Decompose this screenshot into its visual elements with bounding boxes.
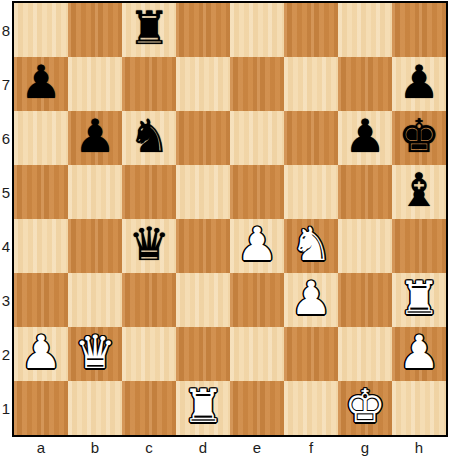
square-c7[interactable]: [122, 57, 176, 111]
square-g7[interactable]: [338, 57, 392, 111]
square-c8[interactable]: ♜: [122, 3, 176, 57]
square-a6[interactable]: [14, 111, 68, 165]
piece-white-pawn[interactable]: ♟: [290, 275, 331, 321]
square-h5[interactable]: ♝: [392, 165, 446, 219]
square-a4[interactable]: [14, 219, 68, 273]
square-a5[interactable]: [14, 165, 68, 219]
square-d2[interactable]: [176, 327, 230, 381]
square-e3[interactable]: [230, 273, 284, 327]
file-label-d: d: [176, 437, 230, 457]
square-g6[interactable]: ♟: [338, 111, 392, 165]
piece-black-pawn[interactable]: ♟: [74, 113, 115, 159]
square-f2[interactable]: [284, 327, 338, 381]
piece-white-rook[interactable]: ♜: [182, 383, 223, 429]
square-h8[interactable]: [392, 3, 446, 57]
square-b2[interactable]: ♛: [68, 327, 122, 381]
file-label-c: c: [122, 437, 176, 457]
rank-label-7: 7: [0, 57, 12, 111]
square-g8[interactable]: [338, 3, 392, 57]
square-d8[interactable]: [176, 3, 230, 57]
square-f7[interactable]: [284, 57, 338, 111]
square-f6[interactable]: [284, 111, 338, 165]
rank-label-8: 8: [0, 3, 12, 57]
square-h1[interactable]: [392, 381, 446, 435]
square-c5[interactable]: [122, 165, 176, 219]
piece-black-pawn[interactable]: ♟: [20, 59, 61, 105]
square-g5[interactable]: [338, 165, 392, 219]
square-e1[interactable]: [230, 381, 284, 435]
rank-label-6: 6: [0, 111, 12, 165]
file-label-b: b: [68, 437, 122, 457]
chess-diagram: ♜♟♟♟♞♟♚♝♛♟♞♟♜♟♛♟♜♚ 87654321 abcdefgh: [0, 0, 453, 457]
square-a8[interactable]: [14, 3, 68, 57]
piece-white-pawn[interactable]: ♟: [398, 329, 439, 375]
square-f4[interactable]: ♞: [284, 219, 338, 273]
square-b3[interactable]: [68, 273, 122, 327]
square-d4[interactable]: [176, 219, 230, 273]
square-c2[interactable]: [122, 327, 176, 381]
piece-white-pawn[interactable]: ♟: [20, 329, 61, 375]
square-g1[interactable]: ♚: [338, 381, 392, 435]
square-c3[interactable]: [122, 273, 176, 327]
file-label-g: g: [338, 437, 392, 457]
rank-label-3: 3: [0, 273, 12, 327]
file-label-f: f: [284, 437, 338, 457]
square-g3[interactable]: [338, 273, 392, 327]
piece-black-knight[interactable]: ♞: [128, 113, 169, 159]
square-c6[interactable]: ♞: [122, 111, 176, 165]
square-g4[interactable]: [338, 219, 392, 273]
square-f5[interactable]: [284, 165, 338, 219]
square-b8[interactable]: [68, 3, 122, 57]
square-h2[interactable]: ♟: [392, 327, 446, 381]
square-d7[interactable]: [176, 57, 230, 111]
square-e6[interactable]: [230, 111, 284, 165]
square-c4[interactable]: ♛: [122, 219, 176, 273]
piece-black-pawn[interactable]: ♟: [398, 59, 439, 105]
rank-label-2: 2: [0, 327, 12, 381]
square-g2[interactable]: [338, 327, 392, 381]
square-d5[interactable]: [176, 165, 230, 219]
piece-white-rook[interactable]: ♜: [398, 275, 439, 321]
square-b1[interactable]: [68, 381, 122, 435]
piece-white-king[interactable]: ♚: [344, 383, 385, 429]
piece-black-king[interactable]: ♚: [398, 113, 439, 159]
square-d6[interactable]: [176, 111, 230, 165]
square-b6[interactable]: ♟: [68, 111, 122, 165]
square-f8[interactable]: [284, 3, 338, 57]
square-e5[interactable]: [230, 165, 284, 219]
square-a2[interactable]: ♟: [14, 327, 68, 381]
file-label-h: h: [392, 437, 446, 457]
square-d3[interactable]: [176, 273, 230, 327]
square-b7[interactable]: [68, 57, 122, 111]
rank-label-4: 4: [0, 219, 12, 273]
rank-label-1: 1: [0, 381, 12, 435]
piece-white-knight[interactable]: ♞: [290, 221, 331, 267]
square-h3[interactable]: ♜: [392, 273, 446, 327]
file-label-a: a: [14, 437, 68, 457]
square-h4[interactable]: [392, 219, 446, 273]
piece-black-queen[interactable]: ♛: [128, 221, 169, 267]
piece-white-queen[interactable]: ♛: [74, 329, 115, 375]
square-a1[interactable]: [14, 381, 68, 435]
piece-black-pawn[interactable]: ♟: [344, 113, 385, 159]
piece-white-pawn[interactable]: ♟: [236, 221, 277, 267]
square-f1[interactable]: [284, 381, 338, 435]
square-e8[interactable]: [230, 3, 284, 57]
square-e4[interactable]: ♟: [230, 219, 284, 273]
square-c1[interactable]: [122, 381, 176, 435]
square-a7[interactable]: ♟: [14, 57, 68, 111]
chess-board: ♜♟♟♟♞♟♚♝♛♟♞♟♜♟♛♟♜♚: [12, 1, 448, 437]
piece-black-rook[interactable]: ♜: [128, 5, 169, 51]
square-b5[interactable]: [68, 165, 122, 219]
square-b4[interactable]: [68, 219, 122, 273]
square-f3[interactable]: ♟: [284, 273, 338, 327]
square-a3[interactable]: [14, 273, 68, 327]
file-label-e: e: [230, 437, 284, 457]
square-e2[interactable]: [230, 327, 284, 381]
rank-label-5: 5: [0, 165, 12, 219]
piece-black-bishop[interactable]: ♝: [398, 167, 439, 213]
square-d1[interactable]: ♜: [176, 381, 230, 435]
square-e7[interactable]: [230, 57, 284, 111]
square-h6[interactable]: ♚: [392, 111, 446, 165]
square-h7[interactable]: ♟: [392, 57, 446, 111]
